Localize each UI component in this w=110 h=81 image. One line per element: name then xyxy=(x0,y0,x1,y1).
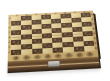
chess-box: 87654321abcdefgh xyxy=(8,10,100,73)
product-photo-scene: 87654321abcdefgh xyxy=(0,0,110,81)
clasp-icon xyxy=(48,61,60,67)
chess-board: 87654321abcdefgh xyxy=(8,10,99,61)
